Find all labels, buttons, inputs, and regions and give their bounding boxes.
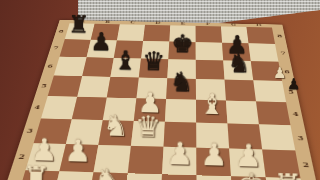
chessboard: ♜♟♚♟♝♛♞♞♟♝♞♛♟♟♟♟♟♜♞♚♜ AABBCCDDEEFFGGHH11… [0, 20, 320, 180]
square-g4[interactable] [226, 101, 259, 125]
square-b6[interactable] [82, 57, 114, 77]
piece-white-rook[interactable]: ♜ [18, 162, 54, 180]
file-label-h-top: H [246, 22, 272, 27]
square-g1[interactable]: ♚ [231, 176, 270, 180]
rank-label-3-right: 3 [293, 133, 308, 142]
captured-white-pawn: ♟ [273, 66, 286, 81]
rank-label-7-left: 7 [50, 45, 62, 51]
file-label-d-top: D [145, 20, 171, 25]
piece-white-queen[interactable]: ♛ [131, 111, 164, 142]
square-c8[interactable] [117, 24, 145, 41]
rank-label-5-left: 5 [37, 82, 51, 89]
square-b5[interactable] [77, 76, 110, 97]
square-e5[interactable]: ♞ [166, 78, 196, 100]
square-f2[interactable]: ♟ [196, 148, 231, 177]
square-g5[interactable] [225, 80, 256, 102]
square-e1[interactable] [160, 174, 196, 180]
piece-white-rook[interactable]: ♜ [269, 169, 306, 180]
square-a1[interactable]: ♜ [16, 170, 59, 180]
piece-black-knight[interactable]: ♞ [166, 68, 196, 96]
piece-white-bishop[interactable]: ♝ [196, 90, 228, 120]
square-d8[interactable] [143, 25, 170, 42]
rank-label-4-right: 4 [289, 110, 303, 118]
piece-black-queen[interactable]: ♛ [139, 48, 168, 75]
rank-label-8-left: 8 [55, 28, 67, 34]
square-h4[interactable] [256, 101, 290, 125]
piece-black-knight[interactable]: ♞ [224, 50, 253, 77]
square-f7[interactable] [196, 42, 224, 60]
file-label-b-top: B [95, 19, 121, 24]
piece-white-knight[interactable]: ♞ [89, 164, 125, 180]
square-b1[interactable] [52, 171, 93, 180]
square-h1[interactable]: ♜ [266, 177, 307, 180]
file-label-e-top: E [170, 21, 195, 26]
piece-black-king[interactable]: ♚ [169, 31, 197, 57]
rank-label-7-right: 7 [277, 50, 289, 56]
square-c3[interactable]: ♞ [98, 120, 133, 146]
square-h5[interactable] [253, 80, 286, 102]
rank-label-6-left: 6 [44, 62, 57, 69]
square-f8[interactable] [196, 26, 223, 43]
file-label-c-top: C [120, 20, 146, 25]
piece-white-pawn[interactable]: ♟ [196, 139, 231, 172]
file-label-g-top: G [221, 22, 247, 27]
square-e2[interactable]: ♟ [162, 147, 196, 176]
square-d1[interactable] [124, 173, 162, 180]
square-e4[interactable] [165, 99, 196, 123]
rank-label-8-right: 8 [274, 33, 286, 39]
square-f1[interactable] [196, 175, 233, 180]
photo-frame: ♜♟♚♟♝♛♞♞♟♝♞♛♟♟♟♟♟♜♞♚♜ AABBCCDDEEFFGGHH11… [0, 0, 320, 180]
square-f4[interactable]: ♝ [196, 100, 227, 124]
square-g6[interactable]: ♞ [223, 60, 253, 80]
square-f6[interactable] [196, 60, 225, 80]
piece-black-bishop[interactable]: ♝ [111, 47, 140, 74]
file-label-a-top: A [70, 19, 96, 24]
square-d6[interactable]: ♛ [139, 59, 169, 79]
piece-white-pawn[interactable]: ♟ [162, 138, 197, 171]
captured-black-pawn: ♟ [287, 77, 300, 92]
square-e7[interactable]: ♚ [168, 42, 195, 60]
square-d2[interactable] [128, 146, 164, 174]
square-d3[interactable]: ♛ [131, 121, 165, 147]
square-c6[interactable]: ♝ [110, 58, 141, 78]
piece-white-king[interactable]: ♚ [233, 168, 270, 180]
file-label-f-top: F [196, 21, 221, 26]
piece-white-pawn[interactable]: ♟ [61, 135, 95, 168]
square-c1[interactable]: ♞ [88, 172, 128, 180]
piece-white-knight[interactable]: ♞ [99, 110, 132, 141]
perspective-wrapper: ♜♟♚♟♝♛♞♞♟♝♞♛♟♟♟♟♟♜♞♚♜ AABBCCDDEEFFGGHH11… [0, 0, 320, 180]
